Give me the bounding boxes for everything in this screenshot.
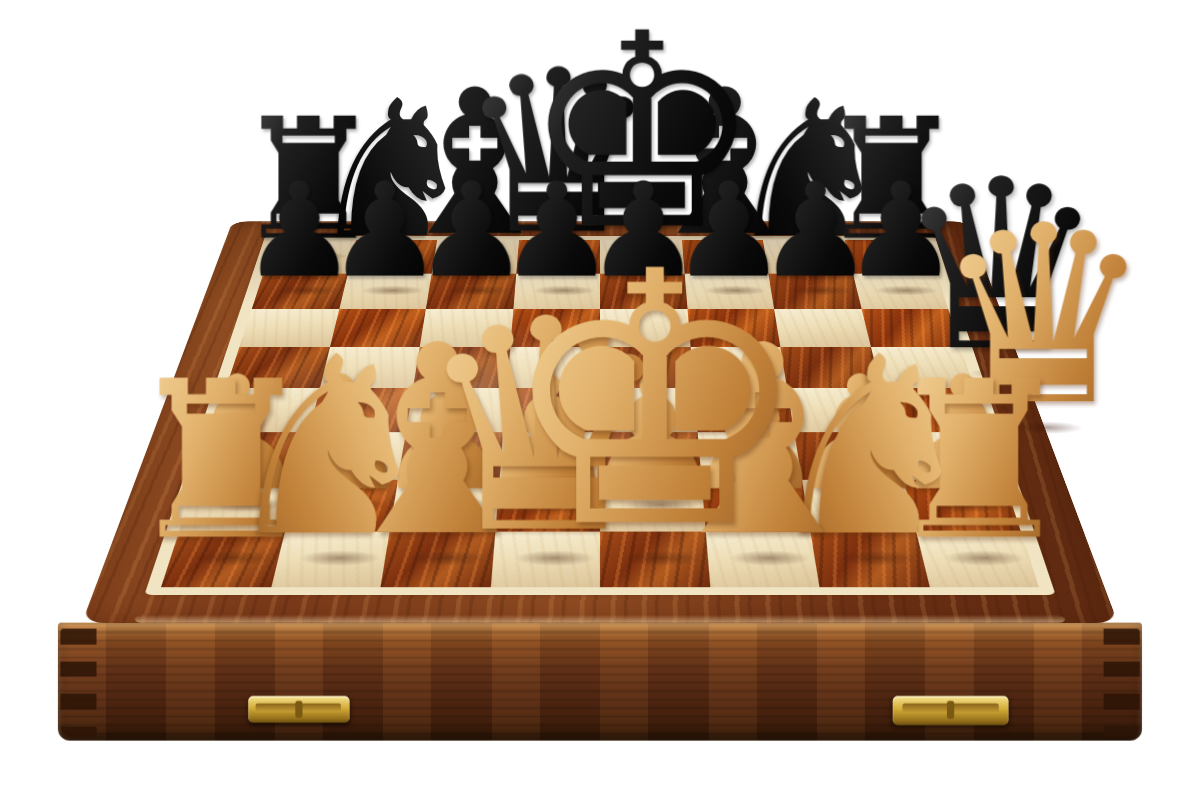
finger-joints-left <box>60 629 96 737</box>
finger-joints-right <box>1104 629 1140 737</box>
brass-latch-left[interactable] <box>248 696 349 723</box>
brass-latch-right[interactable] <box>893 696 1009 725</box>
square-a8[interactable] <box>263 240 355 273</box>
pieces-layer: ♜♞♝♛♚♝♞♜♟♟♟♟♟♟♟♟♟♟♟♟♟♟♟♟♜♞♝♛♚♝♞♜♛♛ <box>82 221 1118 623</box>
box-front-panel <box>58 623 1142 741</box>
chess-box: ♜♞♝♛♚♝♞♜♟♟♟♟♟♟♟♟♟♟♟♟♟♟♟♟♜♞♝♛♚♝♞♜♛♛ <box>82 221 1118 623</box>
king-glyph: ♚ <box>498 227 811 576</box>
square-h8[interactable] <box>844 240 936 273</box>
